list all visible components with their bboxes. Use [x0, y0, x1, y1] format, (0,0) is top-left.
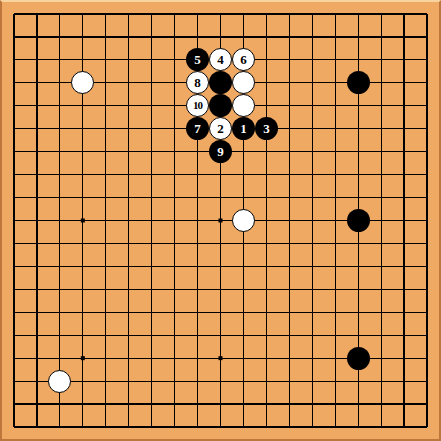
stone-white-move-4: 4 [209, 48, 232, 71]
stone-white-move-8: 8 [186, 71, 209, 94]
stone-white-move-10: 10 [186, 94, 209, 117]
stone-black [209, 71, 232, 94]
stones-layer: 12345678910 [2, 2, 439, 439]
stone-black-move-3: 3 [255, 117, 278, 140]
stone-white-move-2: 2 [209, 117, 232, 140]
stone-white [232, 209, 255, 232]
stone-black [347, 71, 370, 94]
stone-black [209, 94, 232, 117]
stone-white [232, 94, 255, 117]
stone-black [347, 347, 370, 370]
stone-black-move-9: 9 [209, 140, 232, 163]
stone-white [232, 71, 255, 94]
stone-black-move-7: 7 [186, 117, 209, 140]
stone-white-move-6: 6 [232, 48, 255, 71]
stone-black [347, 209, 370, 232]
stone-black-move-5: 5 [186, 48, 209, 71]
stone-black-move-1: 1 [232, 117, 255, 140]
go-board: 12345678910 [0, 0, 441, 441]
stone-white [71, 71, 94, 94]
stone-white [48, 370, 71, 393]
